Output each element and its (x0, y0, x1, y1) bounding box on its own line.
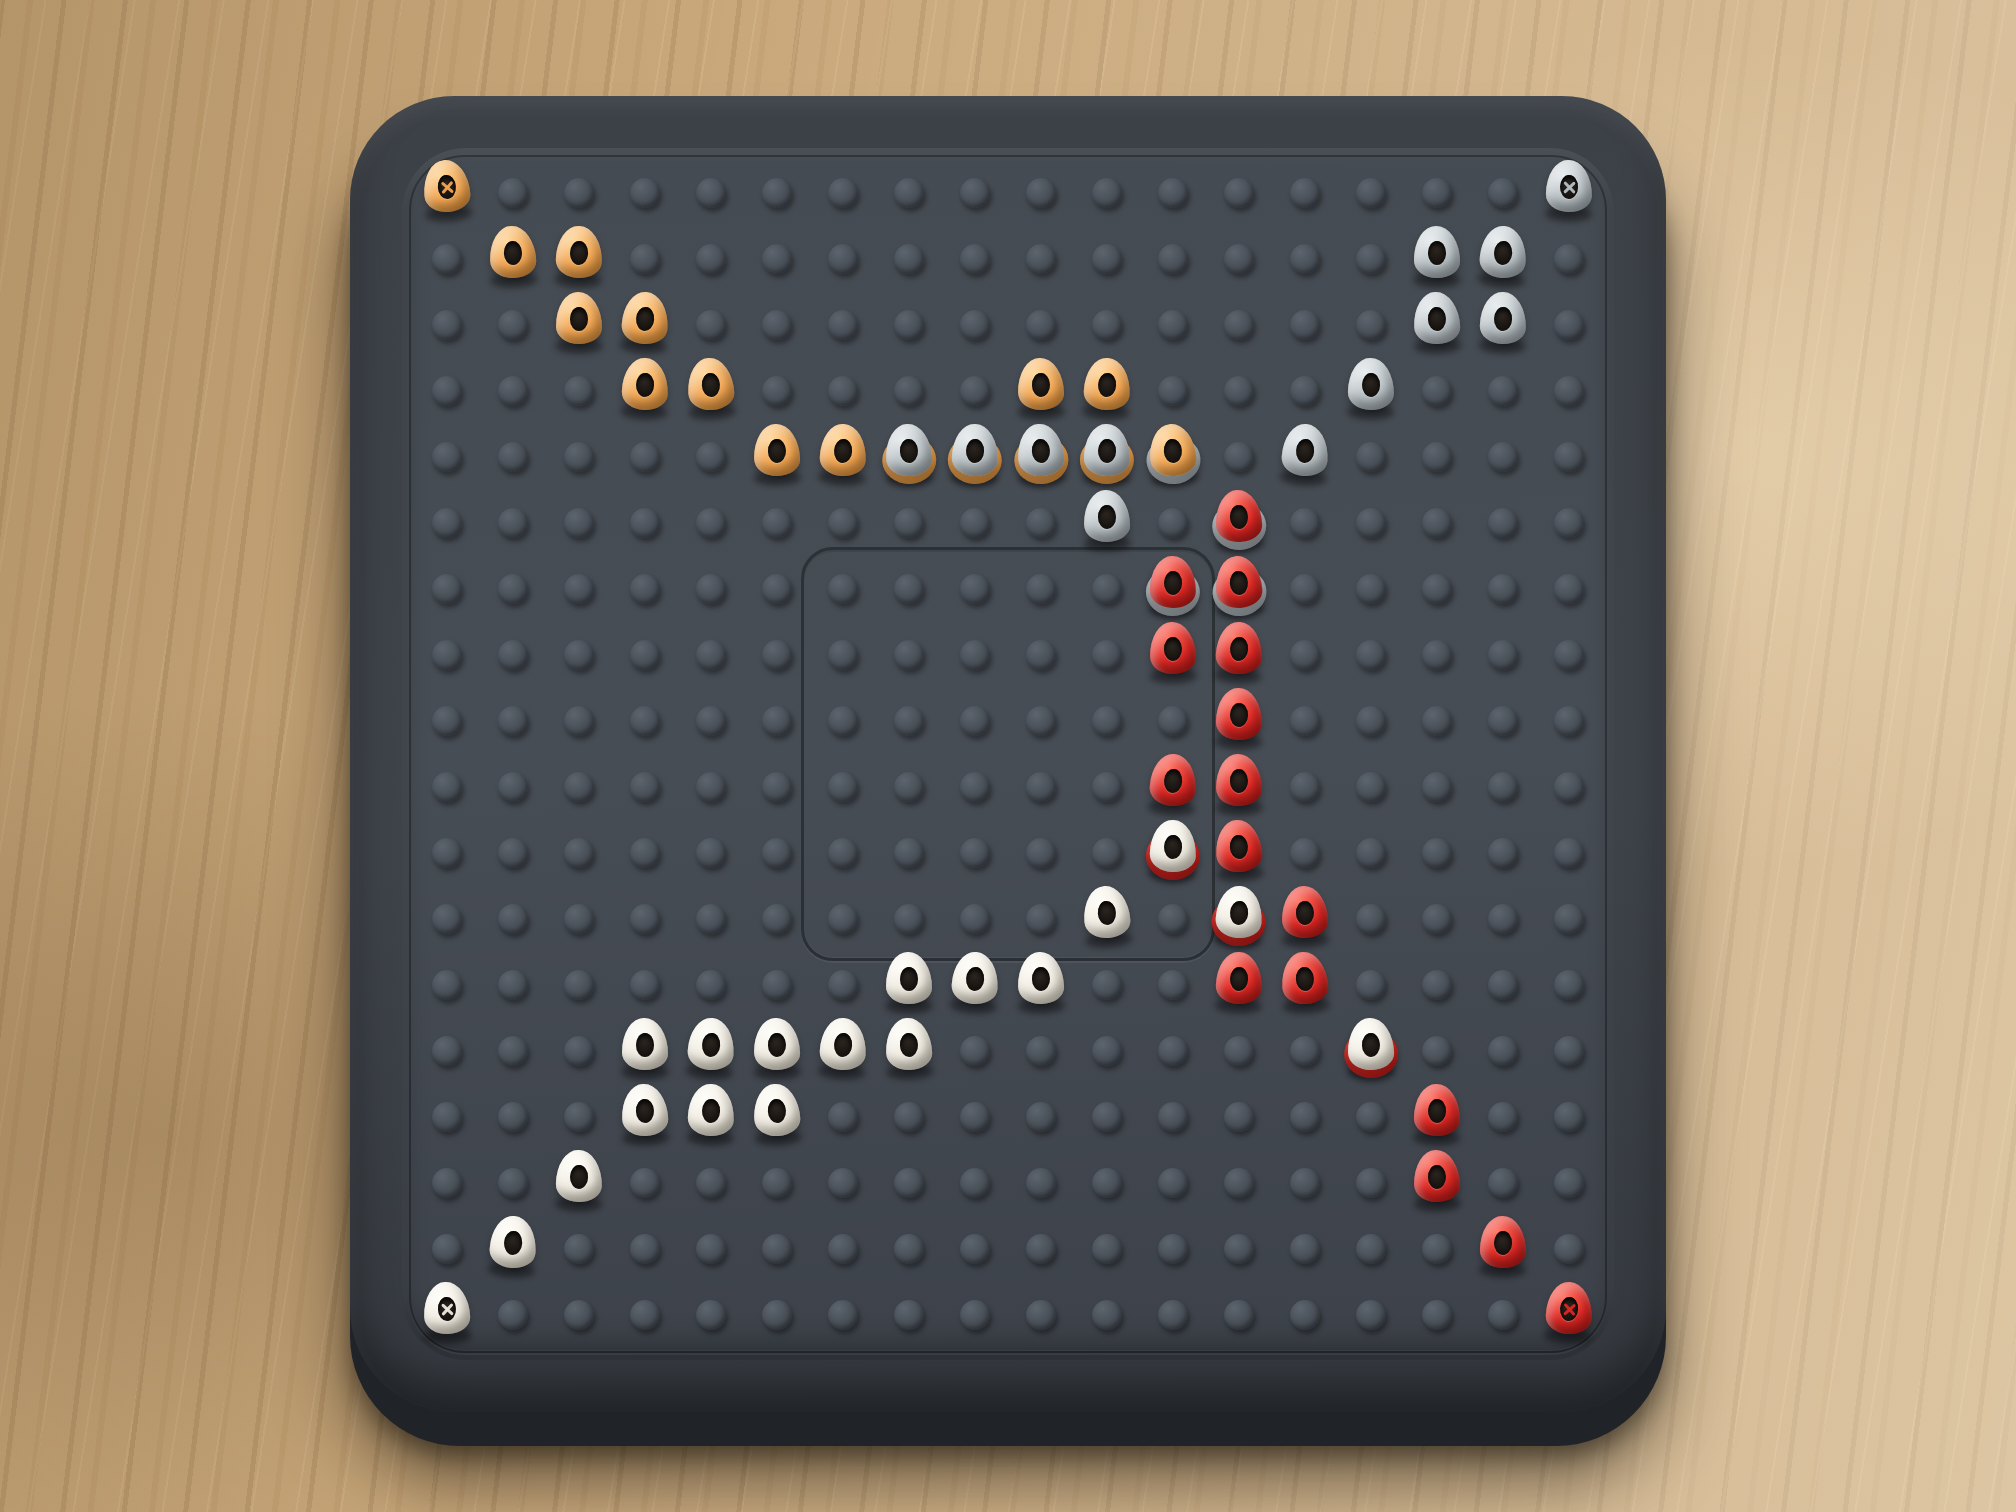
hat-piece-white-r14c5[interactable] (682, 1014, 740, 1080)
grid-bump-r11c18[interactable] (1554, 838, 1584, 868)
grid-bump-r6c17[interactable] (1488, 508, 1518, 538)
grid-bump-r10c4[interactable] (630, 772, 660, 802)
hat-piece-white-r16c3[interactable] (551, 1148, 606, 1211)
grid-bump-r7c15[interactable] (1356, 574, 1386, 604)
grid-bump-r1c4[interactable] (630, 178, 660, 208)
grid-bump-r12c5[interactable] (696, 904, 726, 934)
grid-bump-r7c10[interactable] (1026, 574, 1056, 604)
grid-bump-r9c5[interactable] (696, 706, 726, 736)
hat-piece-gray-r3c17[interactable] (1475, 289, 1531, 353)
grid-bump-r1c14[interactable] (1290, 178, 1320, 208)
grid-bump-r14c17[interactable] (1488, 1036, 1518, 1066)
grid-bump-r17c6[interactable] (762, 1234, 792, 1264)
grid-bump-r8c4[interactable] (630, 640, 660, 670)
hat-piece-orange-r4c4[interactable] (617, 355, 673, 419)
grid-bump-r4c13[interactable] (1224, 376, 1254, 406)
grid-bump-r1c17[interactable] (1488, 178, 1518, 208)
grid-bump-r7c1[interactable] (432, 574, 462, 604)
grid-bump-r3c18[interactable] (1554, 310, 1584, 340)
grid-bump-r3c11[interactable] (1092, 310, 1122, 340)
grid-bump-r14c10[interactable] (1026, 1036, 1056, 1066)
grid-bump-r18c8[interactable] (894, 1300, 924, 1330)
hat-piece-gray-r4c15[interactable] (1343, 356, 1398, 419)
grid-bump-r4c9[interactable] (960, 376, 990, 406)
grid-bump-r6c18[interactable] (1554, 508, 1584, 538)
grid-bump-r10c2[interactable] (498, 772, 528, 802)
grid-bump-r15c10[interactable] (1026, 1102, 1056, 1132)
grid-bump-r13c16[interactable] (1422, 970, 1452, 1000)
grid-bump-r16c11[interactable] (1092, 1168, 1122, 1198)
grid-bump-r15c18[interactable] (1554, 1102, 1584, 1132)
grid-bump-r13c18[interactable] (1554, 970, 1584, 1000)
grid-bump-r6c15[interactable] (1356, 508, 1386, 538)
grid-bump-r18c7[interactable] (828, 1300, 858, 1330)
grid-bump-r10c9[interactable] (960, 772, 990, 802)
grid-bump-r14c13[interactable] (1224, 1036, 1254, 1066)
grid-bump-r13c1[interactable] (432, 970, 462, 1000)
hat-piece-orange-r2c2[interactable] (485, 223, 541, 287)
grid-bump-r1c5[interactable] (696, 178, 726, 208)
grid-bump-r16c13[interactable] (1224, 1168, 1254, 1198)
grid-bump-r16c18[interactable] (1554, 1168, 1584, 1198)
grid-bump-r16c12[interactable] (1158, 1168, 1188, 1198)
grid-bump-r15c9[interactable] (960, 1102, 990, 1132)
hat-piece-red-r9c13[interactable] (1211, 686, 1266, 749)
grid-bump-r10c15[interactable] (1356, 772, 1386, 802)
hat-piece-white-r17c2[interactable] (484, 1212, 542, 1278)
grid-bump-r13c17[interactable] (1488, 970, 1518, 1000)
grid-bump-r17c1[interactable] (432, 1234, 462, 1264)
grid-bump-r10c16[interactable] (1422, 772, 1452, 802)
hat-piece-red-r15c16[interactable] (1409, 1082, 1464, 1145)
hat-piece-orange-r4c10[interactable] (1013, 356, 1068, 419)
hat-piece-white-r13c8[interactable] (882, 950, 936, 1012)
grid-bump-r18c13[interactable] (1224, 1300, 1254, 1330)
grid-bump-r7c18[interactable] (1554, 574, 1584, 604)
grid-bump-r15c2[interactable] (498, 1102, 528, 1132)
grid-bump-r2c1[interactable] (432, 244, 462, 274)
hat-piece-gray-on-orange-r5c10[interactable] (1012, 421, 1069, 486)
grid-bump-r7c14[interactable] (1290, 574, 1320, 604)
grid-bump-r9c14[interactable] (1290, 706, 1320, 736)
hat-piece-white-r15c6[interactable] (748, 1081, 805, 1146)
grid-bump-r8c2[interactable] (498, 640, 528, 670)
grid-bump-r8c11[interactable] (1092, 640, 1122, 670)
grid-bump-r16c6[interactable] (762, 1168, 792, 1198)
grid-bump-r15c14[interactable] (1290, 1102, 1320, 1132)
grid-bump-r16c5[interactable] (696, 1168, 726, 1198)
grid-bump-r17c8[interactable] (894, 1234, 924, 1264)
grid-bump-r18c5[interactable] (696, 1300, 726, 1330)
grid-bump-r9c9[interactable] (960, 706, 990, 736)
grid-bump-r3c10[interactable] (1026, 310, 1056, 340)
grid-bump-r5c5[interactable] (696, 442, 726, 472)
hat-piece-red-on-gray-r7c13[interactable] (1210, 552, 1268, 618)
grid-bump-r14c1[interactable] (432, 1036, 462, 1066)
grid-bump-r9c18[interactable] (1554, 706, 1584, 736)
grid-bump-r10c5[interactable] (696, 772, 726, 802)
grid-bump-r8c5[interactable] (696, 640, 726, 670)
grid-bump-r16c8[interactable] (894, 1168, 924, 1198)
grid-bump-r12c17[interactable] (1488, 904, 1518, 934)
grid-bump-r6c10[interactable] (1026, 508, 1056, 538)
grid-bump-r3c13[interactable] (1224, 310, 1254, 340)
grid-bump-r16c14[interactable] (1290, 1168, 1320, 1198)
grid-bump-r4c8[interactable] (894, 376, 924, 406)
grid-bump-r3c9[interactable] (960, 310, 990, 340)
hat-piece-orange-r3c4[interactable] (616, 288, 674, 354)
hat-piece-red-r13c14[interactable] (1276, 949, 1333, 1014)
grid-bump-r5c16[interactable] (1422, 442, 1452, 472)
grid-bump-r8c10[interactable] (1026, 640, 1056, 670)
grid-bump-r12c2[interactable] (498, 904, 528, 934)
grid-bump-r6c5[interactable] (696, 508, 726, 538)
grid-bump-r12c3[interactable] (564, 904, 594, 934)
grid-bump-r6c3[interactable] (564, 508, 594, 538)
grid-bump-r1c2[interactable] (498, 178, 528, 208)
hat-piece-gray-on-orange-r5c9[interactable] (947, 421, 1003, 485)
grid-bump-r4c7[interactable] (828, 376, 858, 406)
grid-bump-r1c3[interactable] (564, 178, 594, 208)
grid-bump-r10c17[interactable] (1488, 772, 1518, 802)
grid-bump-r14c11[interactable] (1092, 1036, 1122, 1066)
grid-bump-r8c15[interactable] (1356, 640, 1386, 670)
grid-bump-r13c12[interactable] (1158, 970, 1188, 1000)
grid-bump-r6c12[interactable] (1158, 508, 1188, 538)
grid-bump-r16c7[interactable] (828, 1168, 858, 1198)
hat-piece-white-r13c9[interactable] (946, 948, 1004, 1014)
grid-bump-r5c4[interactable] (630, 442, 660, 472)
hat-piece-gray-r5c14[interactable] (1276, 420, 1334, 486)
grid-bump-r7c8[interactable] (894, 574, 924, 604)
grid-bump-r13c2[interactable] (498, 970, 528, 1000)
grid-bump-r8c18[interactable] (1554, 640, 1584, 670)
grid-bump-r11c7[interactable] (828, 838, 858, 868)
grid-bump-r1c12[interactable] (1158, 178, 1188, 208)
grid-bump-r10c3[interactable] (564, 772, 594, 802)
hat-piece-gray-on-orange-r5c8[interactable] (881, 421, 937, 485)
grid-bump-r4c16[interactable] (1422, 376, 1452, 406)
grid-bump-r16c17[interactable] (1488, 1168, 1518, 1198)
grid-bump-r14c9[interactable] (960, 1036, 990, 1066)
hat-piece-gray-r2c17[interactable] (1474, 222, 1532, 288)
grid-bump-r2c10[interactable] (1026, 244, 1056, 274)
grid-bump-r10c10[interactable] (1026, 772, 1056, 802)
hat-piece-white-r15c4[interactable] (617, 1081, 673, 1145)
grid-bump-r12c16[interactable] (1422, 904, 1452, 934)
hat-piece-white-r15c5[interactable] (683, 1081, 739, 1145)
grid-bump-r18c12[interactable] (1158, 1300, 1188, 1330)
grid-bump-r5c3[interactable] (564, 442, 594, 472)
hat-piece-white-r18c1[interactable] (419, 1279, 475, 1343)
grid-bump-r9c4[interactable] (630, 706, 660, 736)
grid-bump-r3c7[interactable] (828, 310, 858, 340)
grid-bump-r15c17[interactable] (1488, 1102, 1518, 1132)
grid-bump-r3c8[interactable] (894, 310, 924, 340)
grid-bump-r7c16[interactable] (1422, 574, 1452, 604)
grid-bump-r12c12[interactable] (1158, 904, 1188, 934)
grid-bump-r11c16[interactable] (1422, 838, 1452, 868)
grid-bump-r10c8[interactable] (894, 772, 924, 802)
grid-bump-r8c16[interactable] (1422, 640, 1452, 670)
grid-bump-r17c14[interactable] (1290, 1234, 1320, 1264)
grid-bump-r9c1[interactable] (432, 706, 462, 736)
hat-piece-white-r14c6[interactable] (749, 1016, 804, 1079)
grid-bump-r11c1[interactable] (432, 838, 462, 868)
grid-bump-r1c15[interactable] (1356, 178, 1386, 208)
grid-bump-r14c12[interactable] (1158, 1036, 1188, 1066)
grid-bump-r15c12[interactable] (1158, 1102, 1188, 1132)
grid-bump-r7c3[interactable] (564, 574, 594, 604)
grid-bump-r15c8[interactable] (894, 1102, 924, 1132)
grid-bump-r12c10[interactable] (1026, 904, 1056, 934)
grid-bump-r4c12[interactable] (1158, 376, 1188, 406)
grid-bump-r12c18[interactable] (1554, 904, 1584, 934)
grid-bump-r9c11[interactable] (1092, 706, 1122, 736)
grid-bump-r4c3[interactable] (564, 376, 594, 406)
grid-bump-r9c16[interactable] (1422, 706, 1452, 736)
hat-piece-red-r8c12[interactable] (1145, 620, 1200, 683)
grid-bump-r16c4[interactable] (630, 1168, 660, 1198)
grid-bump-r15c1[interactable] (432, 1102, 462, 1132)
grid-bump-r4c18[interactable] (1554, 376, 1584, 406)
hat-piece-red-r17c17[interactable] (1475, 1214, 1530, 1277)
grid-bump-r16c10[interactable] (1026, 1168, 1056, 1198)
hat-piece-white-r13c10[interactable] (1013, 950, 1068, 1013)
grid-bump-r8c6[interactable] (762, 640, 792, 670)
hat-piece-red-on-gray-r6c13[interactable] (1211, 487, 1267, 551)
hat-piece-gray-r6c11[interactable] (1079, 488, 1134, 551)
grid-bump-r11c3[interactable] (564, 838, 594, 868)
hat-piece-white-r14c4[interactable] (618, 1016, 672, 1078)
grid-bump-r4c14[interactable] (1290, 376, 1320, 406)
grid-bump-r3c1[interactable] (432, 310, 462, 340)
grid-bump-r1c9[interactable] (960, 178, 990, 208)
grid-bump-r17c12[interactable] (1158, 1234, 1188, 1264)
hat-piece-gray-r3c16[interactable] (1409, 289, 1465, 353)
grid-bump-r9c2[interactable] (498, 706, 528, 736)
grid-bump-r9c17[interactable] (1488, 706, 1518, 736)
hat-piece-orange-r5c7[interactable] (814, 421, 871, 486)
grid-bump-r9c8[interactable] (894, 706, 924, 736)
grid-bump-r16c1[interactable] (432, 1168, 462, 1198)
grid-bump-r15c7[interactable] (828, 1102, 858, 1132)
grid-bump-r5c2[interactable] (498, 442, 528, 472)
grid-bump-r11c6[interactable] (762, 838, 792, 868)
grid-bump-r18c3[interactable] (564, 1300, 594, 1330)
grid-bump-r15c3[interactable] (564, 1102, 594, 1132)
grid-bump-r8c9[interactable] (960, 640, 990, 670)
grid-bump-r8c7[interactable] (828, 640, 858, 670)
grid-bump-r13c6[interactable] (762, 970, 792, 1000)
grid-bump-r16c2[interactable] (498, 1168, 528, 1198)
grid-bump-r4c17[interactable] (1488, 376, 1518, 406)
hat-piece-red-r18c18[interactable] (1540, 1279, 1597, 1344)
grid-bump-r12c7[interactable] (828, 904, 858, 934)
hat-piece-red-r10c12[interactable] (1144, 750, 1202, 816)
grid-bump-r13c7[interactable] (828, 970, 858, 1000)
grid-bump-r2c14[interactable] (1290, 244, 1320, 274)
grid-bump-r3c12[interactable] (1158, 310, 1188, 340)
grid-bump-r18c6[interactable] (762, 1300, 792, 1330)
grid-bump-r7c4[interactable] (630, 574, 660, 604)
grid-bump-r4c1[interactable] (432, 376, 462, 406)
grid-bump-r14c3[interactable] (564, 1036, 594, 1066)
grid-bump-r3c6[interactable] (762, 310, 792, 340)
grid-bump-r10c18[interactable] (1554, 772, 1584, 802)
grid-bump-r3c14[interactable] (1290, 310, 1320, 340)
grid-bump-r10c7[interactable] (828, 772, 858, 802)
grid-bump-r6c14[interactable] (1290, 508, 1320, 538)
grid-bump-r11c9[interactable] (960, 838, 990, 868)
grid-bump-r7c6[interactable] (762, 574, 792, 604)
grid-bump-r8c8[interactable] (894, 640, 924, 670)
grid-bump-r7c5[interactable] (696, 574, 726, 604)
grid-bump-r10c14[interactable] (1290, 772, 1320, 802)
grid-bump-r15c11[interactable] (1092, 1102, 1122, 1132)
grid-bump-r5c1[interactable] (432, 442, 462, 472)
grid-bump-r18c9[interactable] (960, 1300, 990, 1330)
grid-bump-r6c6[interactable] (762, 508, 792, 538)
grid-bump-r6c4[interactable] (630, 508, 660, 538)
grid-bump-r17c5[interactable] (696, 1234, 726, 1264)
hat-piece-gray-r2c16[interactable] (1410, 224, 1464, 286)
grid-bump-r6c7[interactable] (828, 508, 858, 538)
grid-bump-r4c6[interactable] (762, 376, 792, 406)
grid-bump-r4c2[interactable] (498, 376, 528, 406)
hat-piece-red-r11c13[interactable] (1210, 817, 1267, 882)
hat-piece-orange-r1c1[interactable] (418, 156, 476, 222)
grid-bump-r7c2[interactable] (498, 574, 528, 604)
grid-bump-r13c11[interactable] (1092, 970, 1122, 1000)
grid-bump-r5c15[interactable] (1356, 442, 1386, 472)
grid-bump-r17c11[interactable] (1092, 1234, 1122, 1264)
grid-bump-r15c15[interactable] (1356, 1102, 1386, 1132)
grid-bump-r18c14[interactable] (1290, 1300, 1320, 1330)
grid-bump-r8c3[interactable] (564, 640, 594, 670)
grid-bump-r2c6[interactable] (762, 244, 792, 274)
hat-piece-white-r12c11[interactable] (1078, 882, 1136, 948)
grid-bump-r11c2[interactable] (498, 838, 528, 868)
grid-bump-r7c9[interactable] (960, 574, 990, 604)
grid-bump-r14c14[interactable] (1290, 1036, 1320, 1066)
grid-bump-r2c11[interactable] (1092, 244, 1122, 274)
grid-bump-r16c9[interactable] (960, 1168, 990, 1198)
grid-bump-r12c8[interactable] (894, 904, 924, 934)
grid-bump-r2c7[interactable] (828, 244, 858, 274)
grid-bump-r1c7[interactable] (828, 178, 858, 208)
grid-bump-r12c9[interactable] (960, 904, 990, 934)
hat-piece-orange-r5c6[interactable] (749, 422, 804, 485)
grid-bump-r9c15[interactable] (1356, 706, 1386, 736)
grid-bump-r18c17[interactable] (1488, 1300, 1518, 1330)
hat-piece-gray-on-orange-r5c11[interactable] (1079, 422, 1134, 485)
grid-bump-r13c5[interactable] (696, 970, 726, 1000)
grid-bump-r2c18[interactable] (1554, 244, 1584, 274)
grid-bump-r9c10[interactable] (1026, 706, 1056, 736)
hat-piece-orange-on-gray-r5c12[interactable] (1144, 420, 1202, 486)
grid-bump-r18c2[interactable] (498, 1300, 528, 1330)
hat-piece-red-on-gray-r7c12[interactable] (1145, 554, 1200, 617)
grid-bump-r9c7[interactable] (828, 706, 858, 736)
grid-bump-r11c11[interactable] (1092, 838, 1122, 868)
grid-bump-r11c14[interactable] (1290, 838, 1320, 868)
grid-bump-r14c18[interactable] (1554, 1036, 1584, 1066)
grid-bump-r13c15[interactable] (1356, 970, 1386, 1000)
grid-bump-r7c17[interactable] (1488, 574, 1518, 604)
grid-bump-r2c8[interactable] (894, 244, 924, 274)
grid-bump-r1c10[interactable] (1026, 178, 1056, 208)
grid-bump-r2c12[interactable] (1158, 244, 1188, 274)
grid-bump-r6c8[interactable] (894, 508, 924, 538)
grid-bump-r18c11[interactable] (1092, 1300, 1122, 1330)
grid-bump-r17c13[interactable] (1224, 1234, 1254, 1264)
grid-bump-r5c13[interactable] (1224, 442, 1254, 472)
grid-bump-r15c13[interactable] (1224, 1102, 1254, 1132)
hat-piece-gray-r1c18[interactable] (1541, 158, 1596, 221)
grid-bump-r11c10[interactable] (1026, 838, 1056, 868)
grid-bump-r11c8[interactable] (894, 838, 924, 868)
grid-bump-r10c6[interactable] (762, 772, 792, 802)
grid-bump-r8c1[interactable] (432, 640, 462, 670)
grid-bump-r17c4[interactable] (630, 1234, 660, 1264)
grid-bump-r1c13[interactable] (1224, 178, 1254, 208)
hat-piece-red-r8c13[interactable] (1210, 619, 1267, 684)
grid-bump-r11c4[interactable] (630, 838, 660, 868)
grid-bump-r7c11[interactable] (1092, 574, 1122, 604)
grid-bump-r16c15[interactable] (1356, 1168, 1386, 1198)
grid-bump-r10c1[interactable] (432, 772, 462, 802)
grid-bump-r17c7[interactable] (828, 1234, 858, 1264)
grid-bump-r7c7[interactable] (828, 574, 858, 604)
grid-bump-r9c12[interactable] (1158, 706, 1188, 736)
grid-bump-r18c10[interactable] (1026, 1300, 1056, 1330)
hat-piece-orange-r4c5[interactable] (682, 355, 739, 420)
grid-bump-r5c17[interactable] (1488, 442, 1518, 472)
grid-bump-r18c16[interactable] (1422, 1300, 1452, 1330)
grid-bump-r2c4[interactable] (630, 244, 660, 274)
hat-piece-white-on-red-r12c13[interactable] (1210, 882, 1268, 948)
grid-bump-r1c16[interactable] (1422, 178, 1452, 208)
grid-bump-r1c11[interactable] (1092, 178, 1122, 208)
grid-bump-r12c1[interactable] (432, 904, 462, 934)
hat-piece-red-r13c13[interactable] (1211, 949, 1267, 1013)
grid-bump-r14c16[interactable] (1422, 1036, 1452, 1066)
grid-bump-r2c9[interactable] (960, 244, 990, 274)
grid-bump-r6c2[interactable] (498, 508, 528, 538)
grid-bump-r10c11[interactable] (1092, 772, 1122, 802)
grid-bump-r17c15[interactable] (1356, 1234, 1386, 1264)
grid-bump-r12c15[interactable] (1356, 904, 1386, 934)
grid-bump-r17c3[interactable] (564, 1234, 594, 1264)
hat-piece-white-r14c7[interactable] (814, 1015, 871, 1080)
hat-piece-orange-r2c3[interactable] (551, 223, 607, 287)
grid-bump-r6c16[interactable] (1422, 508, 1452, 538)
hat-piece-red-r16c16[interactable] (1409, 1148, 1464, 1211)
hat-piece-white-on-red-r14c15[interactable] (1343, 1016, 1398, 1079)
grid-bump-r11c15[interactable] (1356, 838, 1386, 868)
grid-bump-r6c9[interactable] (960, 508, 990, 538)
grid-bump-r12c6[interactable] (762, 904, 792, 934)
grid-bump-r5c18[interactable] (1554, 442, 1584, 472)
hat-piece-white-on-red-r11c12[interactable] (1145, 817, 1201, 881)
grid-bump-r6c1[interactable] (432, 508, 462, 538)
hat-piece-orange-r4c11[interactable] (1078, 355, 1135, 420)
grid-bump-r13c4[interactable] (630, 970, 660, 1000)
grid-bump-r3c15[interactable] (1356, 310, 1386, 340)
grid-bump-r13c3[interactable] (564, 970, 594, 1000)
grid-bump-r3c5[interactable] (696, 310, 726, 340)
